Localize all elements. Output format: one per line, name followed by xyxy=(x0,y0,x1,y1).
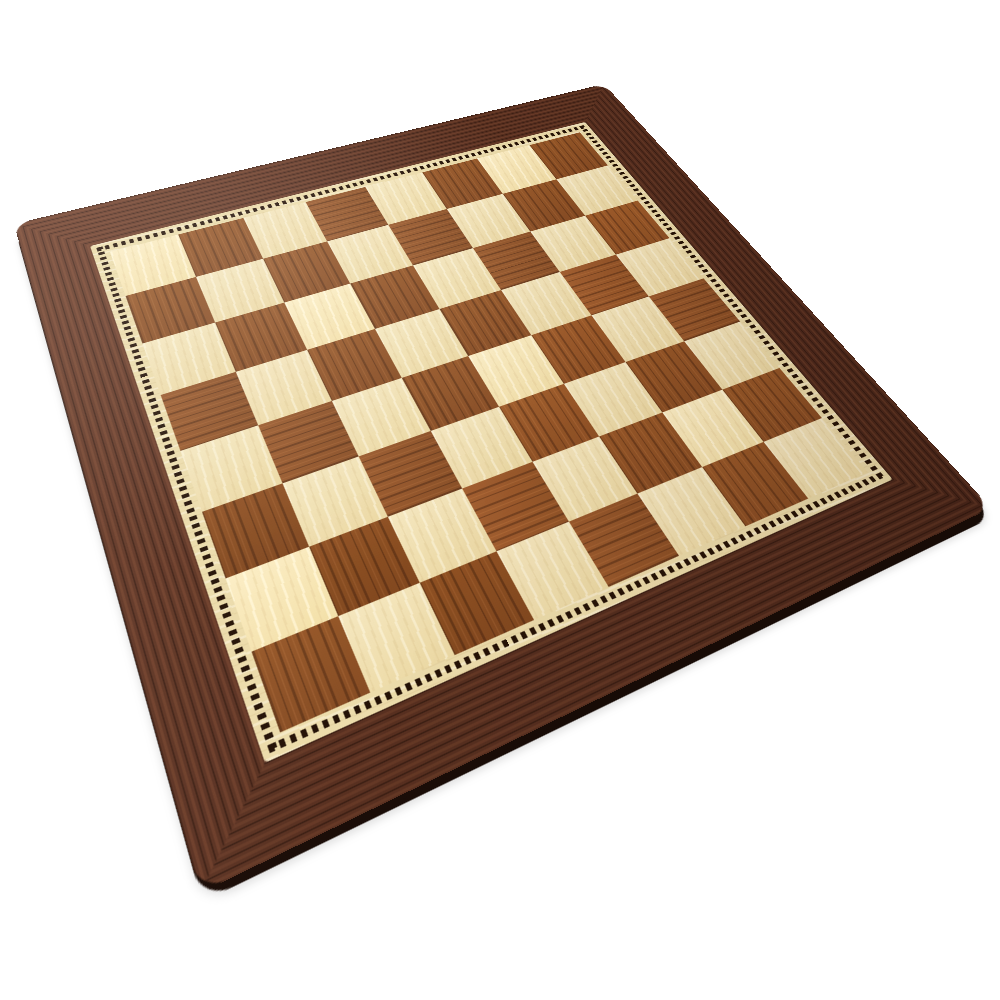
photo-background xyxy=(0,0,1000,1000)
chess-board xyxy=(14,84,991,893)
